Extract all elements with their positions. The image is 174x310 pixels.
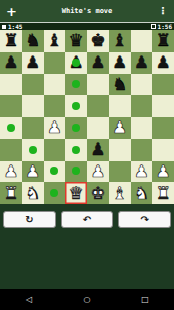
square-e4[interactable] [87, 117, 109, 139]
move-hint-dot[interactable] [72, 146, 80, 154]
square-g7[interactable]: ♟ [131, 52, 153, 74]
move-hint-dot[interactable] [29, 146, 37, 154]
square-a4[interactable] [0, 117, 22, 139]
square-b7[interactable]: ♟ [22, 52, 44, 74]
square-f4[interactable]: ♟ [109, 117, 131, 139]
square-g6[interactable] [131, 74, 153, 96]
square-e1[interactable]: ♚ [87, 182, 109, 204]
move-hint-dot[interactable] [72, 102, 80, 110]
piece-black-pawn: ♟ [156, 54, 171, 71]
square-a2[interactable]: ♟ [0, 161, 22, 183]
new-game-icon[interactable]: + [6, 5, 22, 18]
square-d2[interactable] [65, 161, 87, 183]
square-g1[interactable]: ♞ [131, 182, 153, 204]
right-clock-time: 1:56 [158, 24, 172, 30]
square-c7[interactable] [44, 52, 66, 74]
piece-white-rook: ♜ [3, 185, 18, 202]
square-c6[interactable] [44, 74, 66, 96]
square-d8[interactable]: ♛ [65, 30, 87, 52]
piece-black-rook: ♜ [3, 32, 18, 49]
square-b3[interactable] [22, 139, 44, 161]
left-clock-time: 1:45 [8, 24, 22, 30]
square-d3[interactable] [65, 139, 87, 161]
back-icon[interactable]: ◁ [0, 296, 58, 304]
move-hint-dot[interactable] [72, 80, 80, 88]
piece-black-king: ♚ [90, 32, 105, 49]
square-h7[interactable]: ♟ [152, 52, 174, 74]
outline-square-icon [151, 24, 156, 29]
piece-white-pawn: ♟ [156, 163, 171, 180]
square-e3[interactable]: ♟ [87, 139, 109, 161]
square-e8[interactable]: ♚ [87, 30, 109, 52]
toolbar: ↻ ↶ ↷ [0, 204, 174, 228]
square-c2[interactable] [44, 161, 66, 183]
square-c3[interactable] [44, 139, 66, 161]
square-d5[interactable] [65, 95, 87, 117]
square-c5[interactable] [44, 95, 66, 117]
square-c4[interactable]: ♟ [44, 117, 66, 139]
square-b4[interactable] [22, 117, 44, 139]
home-icon[interactable]: ○ [58, 296, 116, 304]
piece-black-bishop: ♝ [112, 32, 127, 49]
square-d1[interactable]: ♛ [65, 182, 87, 204]
piece-black-pawn: ♟ [90, 54, 105, 71]
move-hint-dot[interactable] [50, 167, 58, 175]
square-a1[interactable]: ♜ [0, 182, 22, 204]
square-c1[interactable] [44, 182, 66, 204]
square-g8[interactable] [131, 30, 153, 52]
square-h2[interactable]: ♟ [152, 161, 174, 183]
piece-black-queen: ♛ [69, 32, 84, 49]
square-a7[interactable]: ♟ [0, 52, 22, 74]
square-g3[interactable] [131, 139, 153, 161]
square-e5[interactable] [87, 95, 109, 117]
square-d4[interactable] [65, 117, 87, 139]
square-h1[interactable]: ♜ [152, 182, 174, 204]
piece-white-pawn: ♟ [134, 163, 149, 180]
square-b5[interactable] [22, 95, 44, 117]
piece-white-pawn: ♟ [112, 119, 127, 136]
left-clock: 1:45 [2, 24, 22, 30]
square-h8[interactable]: ♜ [152, 30, 174, 52]
refresh-button[interactable]: ↻ [3, 211, 56, 228]
piece-black-knight: ♞ [112, 76, 127, 93]
piece-white-knight: ♞ [134, 185, 149, 202]
clock-bar: 1:45 1:56 [0, 22, 174, 30]
android-nav-bar: ◁ ○ □ [0, 289, 174, 310]
square-a5[interactable] [0, 95, 22, 117]
square-g5[interactable] [131, 95, 153, 117]
square-b2[interactable]: ♟ [22, 161, 44, 183]
square-f3[interactable] [109, 139, 131, 161]
piece-white-pawn: ♟ [25, 163, 40, 180]
square-f8[interactable]: ♝ [109, 30, 131, 52]
piece-white-bishop: ♝ [112, 185, 127, 202]
piece-white-pawn: ♟ [47, 119, 62, 136]
square-e6[interactable] [87, 74, 109, 96]
page-title: White's move [22, 7, 152, 15]
piece-black-pawn: ♟ [3, 54, 18, 71]
redo-button[interactable]: ↷ [118, 211, 171, 228]
square-f1[interactable]: ♝ [109, 182, 131, 204]
background-area [0, 228, 174, 289]
app-header: + White's move ⋮ [0, 0, 174, 22]
piece-white-rook: ♜ [156, 185, 171, 202]
piece-white-king: ♚ [90, 185, 105, 202]
square-a6[interactable] [0, 74, 22, 96]
chess-board[interactable]: ♜♞♝♛♚♝♜♟♟♟♟♟♟♟♞♟♟♟♟♟♟♟♟♜♞♛♚♝♞♜ [0, 30, 174, 204]
square-d6[interactable] [65, 74, 87, 96]
undo-button[interactable]: ↶ [61, 211, 114, 228]
piece-white-queen: ♛ [69, 185, 84, 202]
square-e7[interactable]: ♟ [87, 52, 109, 74]
piece-black-pawn: ♟ [134, 54, 149, 71]
square-d7[interactable]: ♟ [65, 52, 87, 74]
square-h6[interactable] [152, 74, 174, 96]
move-hint-dot[interactable] [7, 124, 15, 132]
overflow-menu-icon[interactable]: ⋮ [152, 6, 168, 16]
square-h4[interactable] [152, 117, 174, 139]
square-f6[interactable]: ♞ [109, 74, 131, 96]
move-hint-dot[interactable] [72, 167, 80, 175]
move-hint-dot[interactable] [50, 189, 58, 197]
piece-black-pawn: ♟ [25, 54, 40, 71]
square-b6[interactable] [22, 74, 44, 96]
square-f5[interactable] [109, 95, 131, 117]
piece-white-pawn: ♟ [90, 163, 105, 180]
square-h3[interactable] [152, 139, 174, 161]
piece-black-pawn: ♟ [90, 141, 105, 158]
piece-black-knight: ♞ [25, 32, 40, 49]
move-hint-dot[interactable] [72, 124, 80, 132]
piece-black-bishop: ♝ [47, 32, 62, 49]
square-f7[interactable]: ♟ [109, 52, 131, 74]
square-a3[interactable] [0, 139, 22, 161]
right-clock: 1:56 [151, 24, 172, 30]
square-a8[interactable]: ♜ [0, 30, 22, 52]
recents-icon[interactable]: □ [116, 296, 174, 304]
filled-square-icon [2, 25, 6, 29]
square-b8[interactable]: ♞ [22, 30, 44, 52]
piece-white-pawn: ♟ [3, 163, 18, 180]
piece-black-pawn: ♟ [112, 54, 127, 71]
square-e2[interactable]: ♟ [87, 161, 109, 183]
phone-screen: + White's move ⋮ 1:45 1:56 ♜♞♝♛♚♝♜♟♟♟♟♟♟… [0, 0, 174, 310]
square-g2[interactable]: ♟ [131, 161, 153, 183]
piece-white-knight: ♞ [25, 185, 40, 202]
square-b1[interactable]: ♞ [22, 182, 44, 204]
square-f2[interactable] [109, 161, 131, 183]
move-hint-dot[interactable] [72, 59, 80, 67]
square-h5[interactable] [152, 95, 174, 117]
square-c8[interactable]: ♝ [44, 30, 66, 52]
square-g4[interactable] [131, 117, 153, 139]
piece-black-rook: ♜ [156, 32, 171, 49]
